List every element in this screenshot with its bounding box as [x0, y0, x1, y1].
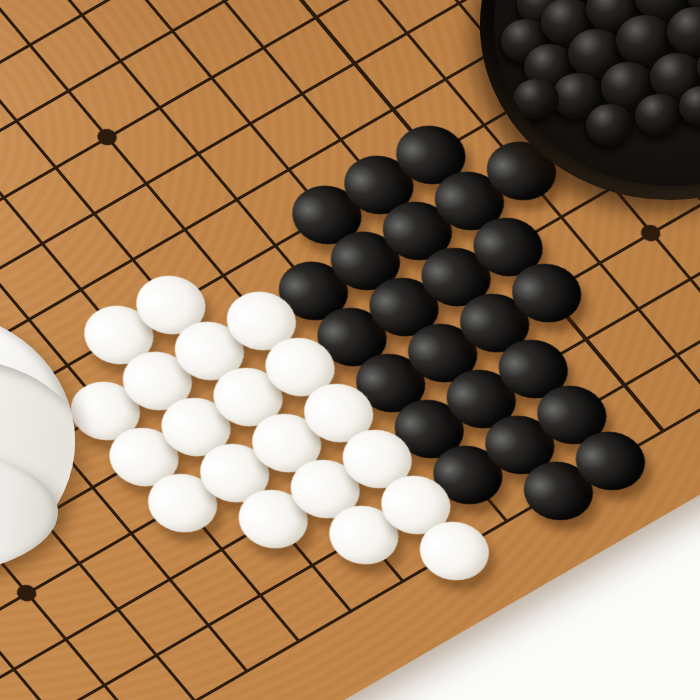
go-set-photo [0, 0, 700, 700]
bowl-black-stone [586, 104, 634, 146]
bowl-black-stone [635, 94, 683, 136]
bowl-black-stone [513, 79, 559, 119]
